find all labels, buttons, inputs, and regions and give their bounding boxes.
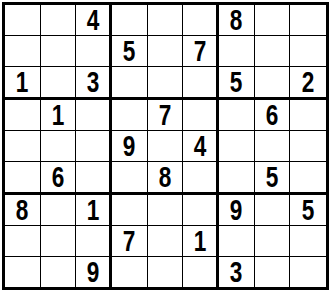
cell-r1c7[interactable]: 8 xyxy=(219,5,255,36)
cell-r9c5[interactable] xyxy=(148,257,184,287)
given-digit: 1 xyxy=(86,195,99,225)
given-digit: 4 xyxy=(86,5,99,35)
cell-r4c9[interactable] xyxy=(290,100,326,131)
cell-r9c3[interactable]: 9 xyxy=(76,257,112,287)
cell-r3c2[interactable] xyxy=(41,67,77,100)
given-digit: 8 xyxy=(16,195,29,225)
sudoku-board: 485713521769468581957193 xyxy=(2,2,329,290)
given-digit: 3 xyxy=(86,67,99,97)
cell-r2c9[interactable] xyxy=(290,36,326,67)
cell-r4c7[interactable] xyxy=(219,100,255,131)
cell-r1c2[interactable] xyxy=(41,5,77,36)
given-digit: 7 xyxy=(159,100,172,130)
cell-r1c4[interactable] xyxy=(112,5,148,36)
cell-r1c3[interactable]: 4 xyxy=(76,5,112,36)
cell-r7c4[interactable] xyxy=(112,195,148,226)
cell-r1c1[interactable] xyxy=(5,5,41,36)
cell-r3c1[interactable]: 1 xyxy=(5,67,41,100)
cell-r1c9[interactable] xyxy=(290,5,326,36)
cell-r8c3[interactable] xyxy=(76,226,112,257)
cell-r2c3[interactable] xyxy=(76,36,112,67)
cell-r6c7[interactable] xyxy=(219,162,255,195)
cell-r7c9[interactable]: 5 xyxy=(290,195,326,226)
cell-r6c5[interactable]: 8 xyxy=(148,162,184,195)
cell-r8c6[interactable]: 1 xyxy=(183,226,219,257)
cell-r4c6[interactable] xyxy=(183,100,219,131)
cell-r4c1[interactable] xyxy=(5,100,41,131)
cell-r6c4[interactable] xyxy=(112,162,148,195)
cell-r7c6[interactable] xyxy=(183,195,219,226)
cell-r2c8[interactable] xyxy=(255,36,291,67)
cell-r5c5[interactable] xyxy=(148,131,184,162)
cell-r3c5[interactable] xyxy=(148,67,184,100)
given-digit: 7 xyxy=(123,226,136,256)
page: 485713521769468581957193 xyxy=(0,0,331,292)
cell-r7c2[interactable] xyxy=(41,195,77,226)
given-digit: 8 xyxy=(159,162,172,192)
given-digit: 5 xyxy=(266,162,279,192)
cell-r5c4[interactable]: 9 xyxy=(112,131,148,162)
cell-r9c8[interactable] xyxy=(255,257,291,287)
cell-r6c9[interactable] xyxy=(290,162,326,195)
cell-r9c4[interactable] xyxy=(112,257,148,287)
cell-r8c1[interactable] xyxy=(5,226,41,257)
cell-r2c5[interactable] xyxy=(148,36,184,67)
cell-r8c8[interactable] xyxy=(255,226,291,257)
cell-r5c2[interactable] xyxy=(41,131,77,162)
cell-r6c3[interactable] xyxy=(76,162,112,195)
cell-r6c2[interactable]: 6 xyxy=(41,162,77,195)
given-digit: 9 xyxy=(86,257,99,287)
given-digit: 7 xyxy=(193,36,206,66)
cell-r5c3[interactable] xyxy=(76,131,112,162)
cell-r7c5[interactable] xyxy=(148,195,184,226)
cell-r3c8[interactable] xyxy=(255,67,291,100)
given-digit: 2 xyxy=(302,67,315,97)
cell-r9c2[interactable] xyxy=(41,257,77,287)
cell-r3c7[interactable]: 5 xyxy=(219,67,255,100)
cell-r1c5[interactable] xyxy=(148,5,184,36)
cell-r1c6[interactable] xyxy=(183,5,219,36)
cell-r3c4[interactable] xyxy=(112,67,148,100)
cell-r9c7[interactable]: 3 xyxy=(219,257,255,287)
given-digit: 9 xyxy=(123,131,136,161)
given-digit: 8 xyxy=(230,5,243,35)
cell-r4c4[interactable] xyxy=(112,100,148,131)
cell-r3c3[interactable]: 3 xyxy=(76,67,112,100)
given-digit: 3 xyxy=(230,257,243,287)
cell-r9c9[interactable] xyxy=(290,257,326,287)
cell-r4c8[interactable]: 6 xyxy=(255,100,291,131)
cell-r7c1[interactable]: 8 xyxy=(5,195,41,226)
cell-r8c2[interactable] xyxy=(41,226,77,257)
cell-r8c4[interactable]: 7 xyxy=(112,226,148,257)
cell-r7c7[interactable]: 9 xyxy=(219,195,255,226)
given-digit: 6 xyxy=(266,100,279,130)
cell-r7c8[interactable] xyxy=(255,195,291,226)
cell-r5c6[interactable]: 4 xyxy=(183,131,219,162)
cell-r5c9[interactable] xyxy=(290,131,326,162)
cell-r4c3[interactable] xyxy=(76,100,112,131)
cell-r9c1[interactable] xyxy=(5,257,41,287)
given-digit: 5 xyxy=(302,195,315,225)
cell-r6c6[interactable] xyxy=(183,162,219,195)
cell-r7c3[interactable]: 1 xyxy=(76,195,112,226)
cell-r2c4[interactable]: 5 xyxy=(112,36,148,67)
given-digit: 5 xyxy=(123,36,136,66)
cell-r5c8[interactable] xyxy=(255,131,291,162)
cell-r2c2[interactable] xyxy=(41,36,77,67)
cell-r6c1[interactable] xyxy=(5,162,41,195)
cell-r8c7[interactable] xyxy=(219,226,255,257)
cell-r2c6[interactable]: 7 xyxy=(183,36,219,67)
cell-r2c7[interactable] xyxy=(219,36,255,67)
cell-r3c9[interactable]: 2 xyxy=(290,67,326,100)
cell-r6c8[interactable]: 5 xyxy=(255,162,291,195)
cell-r3c6[interactable] xyxy=(183,67,219,100)
cell-r8c5[interactable] xyxy=(148,226,184,257)
given-digit: 1 xyxy=(16,67,29,97)
cell-r4c5[interactable]: 7 xyxy=(148,100,184,131)
cell-r4c2[interactable]: 1 xyxy=(41,100,77,131)
cell-r2c1[interactable] xyxy=(5,36,41,67)
given-digit: 9 xyxy=(230,195,243,225)
given-digit: 1 xyxy=(52,100,65,130)
given-digit: 1 xyxy=(193,226,206,256)
cell-r9c6[interactable] xyxy=(183,257,219,287)
cell-r1c8[interactable] xyxy=(255,5,291,36)
given-digit: 6 xyxy=(52,162,65,192)
cell-r5c7[interactable] xyxy=(219,131,255,162)
given-digit: 5 xyxy=(230,67,243,97)
given-digit: 4 xyxy=(193,131,206,161)
cell-r8c9[interactable] xyxy=(290,226,326,257)
cell-r5c1[interactable] xyxy=(5,131,41,162)
